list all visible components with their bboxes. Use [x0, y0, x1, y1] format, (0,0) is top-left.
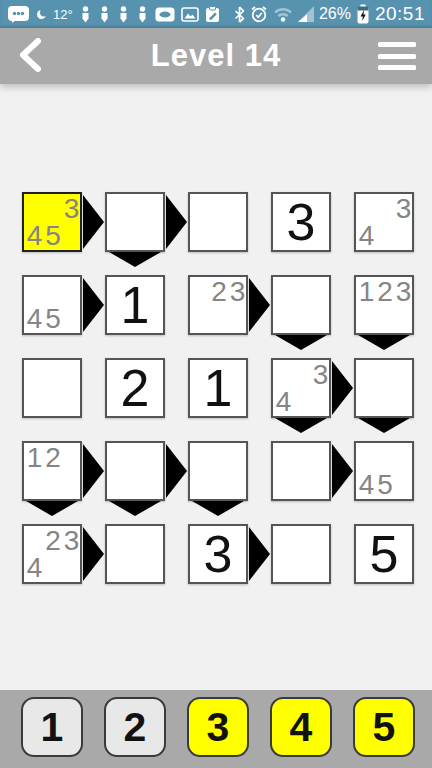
inequality-arrow-right-icon: [249, 527, 270, 581]
numpad-button-4[interactable]: 4: [270, 697, 332, 757]
cell-value: 3: [190, 526, 246, 582]
numpad-button-1[interactable]: 1: [21, 697, 83, 757]
inequality-arrow-right-icon: [332, 361, 353, 415]
pencil-mark: 4: [274, 387, 293, 415]
inequality-arrow-down-icon: [109, 252, 161, 267]
inequality-arrow-down-icon: [358, 418, 410, 433]
cell-r1c1[interactable]: 1: [105, 275, 165, 335]
inequality-arrow-down-icon: [109, 501, 161, 516]
inequality-arrow-down-icon: [275, 335, 327, 350]
pencil-mark: 4: [357, 221, 376, 249]
pencil-mark: 1: [357, 277, 376, 305]
cell-r4c1[interactable]: [105, 524, 165, 584]
cell-r3c3[interactable]: [271, 441, 331, 501]
cell-r3c4[interactable]: 45: [354, 441, 414, 501]
cell-r0c0[interactable]: 345: [22, 192, 82, 252]
inequality-arrow-down-icon: [275, 418, 327, 433]
cell-r0c4[interactable]: 34: [354, 192, 414, 252]
pencil-mark: 2: [376, 277, 395, 305]
numpad-button-2[interactable]: 2: [104, 697, 166, 757]
pencil-mark: 2: [44, 526, 63, 554]
pencil-mark: 5: [376, 470, 395, 498]
inequality-arrow-right-icon: [166, 444, 187, 498]
cell-r0c1[interactable]: [105, 192, 165, 252]
cell-r4c0[interactable]: 234: [22, 524, 82, 584]
pencil-mark: 3: [394, 194, 413, 222]
cell-r4c2[interactable]: 3: [188, 524, 248, 584]
pencil-mark: 5: [44, 304, 63, 332]
phone-screen: 12°: [0, 0, 432, 768]
cell-r1c4[interactable]: 123: [354, 275, 414, 335]
cell-value: 3: [273, 194, 329, 250]
inequality-arrow-right-icon: [332, 444, 353, 498]
numpad-button-3[interactable]: 3: [187, 697, 249, 757]
cell-r0c2[interactable]: [188, 192, 248, 252]
numpad-button-5[interactable]: 5: [353, 697, 415, 757]
cell-value: 2: [107, 360, 163, 416]
pencil-mark: 2: [210, 277, 229, 305]
cell-value: 1: [107, 277, 163, 333]
pencil-mark: 3: [394, 277, 413, 305]
inequality-arrow-right-icon: [249, 278, 270, 332]
pencil-mark: 3: [62, 526, 81, 554]
cell-r2c1[interactable]: 2: [105, 358, 165, 418]
puzzle-board: 345334451231232134124523435: [0, 0, 432, 768]
pencil-mark: 2: [44, 443, 63, 471]
pencil-mark: 5: [44, 221, 63, 249]
pencil-mark: 4: [25, 553, 44, 581]
cell-r3c0[interactable]: 12: [22, 441, 82, 501]
cell-r2c2[interactable]: 1: [188, 358, 248, 418]
cell-r1c3[interactable]: [271, 275, 331, 335]
inequality-arrow-right-icon: [83, 195, 104, 249]
pencil-mark: 3: [311, 360, 330, 388]
pencil-mark: 3: [62, 194, 81, 222]
cell-r1c2[interactable]: 23: [188, 275, 248, 335]
cell-r3c1[interactable]: [105, 441, 165, 501]
inequality-arrow-right-icon: [83, 444, 104, 498]
cell-value: 1: [190, 360, 246, 416]
pencil-mark: 4: [357, 470, 376, 498]
cell-r2c3[interactable]: 34: [271, 358, 331, 418]
cell-r4c4[interactable]: 5: [354, 524, 414, 584]
cell-r2c4[interactable]: [354, 358, 414, 418]
number-pad: 12345: [0, 690, 432, 768]
cell-r2c0[interactable]: [22, 358, 82, 418]
inequality-arrow-down-icon: [358, 335, 410, 350]
inequality-arrow-down-icon: [26, 501, 78, 516]
cell-r4c3[interactable]: [271, 524, 331, 584]
inequality-arrow-right-icon: [83, 278, 104, 332]
inequality-arrow-right-icon: [83, 527, 104, 581]
pencil-mark: 4: [25, 221, 44, 249]
cell-r3c2[interactable]: [188, 441, 248, 501]
cell-r0c3[interactable]: 3: [271, 192, 331, 252]
pencil-mark: 4: [25, 304, 44, 332]
pencil-mark: 1: [25, 443, 44, 471]
inequality-arrow-down-icon: [192, 501, 244, 516]
inequality-arrow-right-icon: [166, 195, 187, 249]
pencil-mark: 3: [228, 277, 247, 305]
cell-r1c0[interactable]: 45: [22, 275, 82, 335]
cell-value: 5: [356, 526, 412, 582]
